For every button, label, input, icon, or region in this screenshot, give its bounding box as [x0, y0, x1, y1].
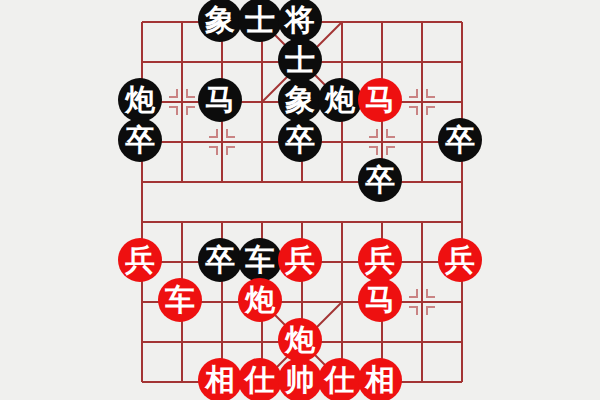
piece-black-advisor[interactable]: 士 [238, 0, 282, 42]
piece-red-pawn[interactable]: 兵 [358, 238, 402, 282]
piece-red-cannon[interactable]: 炮 [238, 278, 282, 322]
piece-red-pawn[interactable]: 兵 [278, 238, 322, 282]
piece-red-pawn[interactable]: 兵 [118, 238, 162, 282]
piece-black-pawn[interactable]: 卒 [278, 118, 322, 162]
piece-red-chariot[interactable]: 车 [158, 278, 202, 322]
piece-black-pawn[interactable]: 卒 [358, 158, 402, 202]
piece-red-advisor[interactable]: 仕 [238, 358, 282, 400]
piece-black-chariot[interactable]: 车 [238, 238, 282, 282]
piece-red-horse[interactable]: 马 [358, 278, 402, 322]
piece-red-horse[interactable]: 马 [358, 78, 402, 122]
piece-red-advisor[interactable]: 仕 [318, 358, 362, 400]
piece-black-horse[interactable]: 马 [198, 78, 242, 122]
piece-black-advisor[interactable]: 士 [278, 38, 322, 82]
piece-black-elephant[interactable]: 象 [278, 78, 322, 122]
piece-red-cannon[interactable]: 炮 [278, 318, 322, 362]
piece-black-elephant[interactable]: 象 [198, 0, 242, 42]
piece-black-general[interactable]: 将 [278, 0, 322, 42]
xiangqi-screenshot: 象士将士炮马象炮马卒卒卒卒兵卒车兵兵兵车炮马炮相仕帅仕相 [0, 0, 600, 400]
piece-red-elephant[interactable]: 相 [358, 358, 402, 400]
piece-red-general[interactable]: 帅 [278, 358, 322, 400]
piece-black-pawn[interactable]: 卒 [198, 238, 242, 282]
piece-black-pawn[interactable]: 卒 [118, 118, 162, 162]
piece-red-pawn[interactable]: 兵 [438, 238, 482, 282]
piece-red-elephant[interactable]: 相 [198, 358, 242, 400]
piece-black-pawn[interactable]: 卒 [438, 118, 482, 162]
piece-black-cannon[interactable]: 炮 [318, 78, 362, 122]
piece-black-cannon[interactable]: 炮 [118, 78, 162, 122]
